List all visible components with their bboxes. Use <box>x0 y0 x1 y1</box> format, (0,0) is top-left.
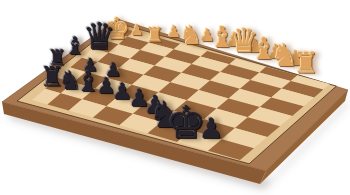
chess-board <box>0 0 350 195</box>
product-photo-scene: ♟♟♚♟♜♞♟♝♟♛♛♝♟♝♟♜♞♟♜♟♜♞♝♟♟♟♟♞♟♚ <box>0 0 350 195</box>
